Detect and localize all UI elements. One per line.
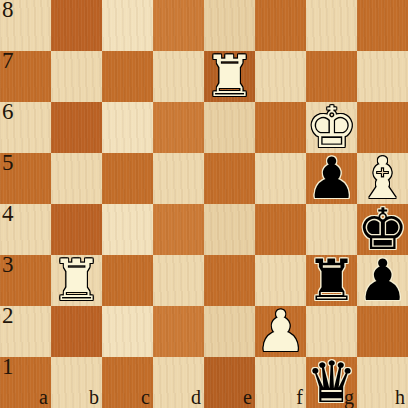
rank-label-3: 3: [2, 253, 14, 276]
rank-label-6: 6: [2, 100, 14, 123]
square-f6[interactable]: [255, 102, 306, 153]
square-b8[interactable]: [51, 0, 102, 51]
chess-board: 87♜6♚5♟♝4♚3♜♜♟2♟1abcdefg♛h: [0, 0, 408, 408]
rank-label-8: 8: [2, 0, 14, 21]
square-a6[interactable]: 6: [0, 102, 51, 153]
square-f5[interactable]: [255, 153, 306, 204]
square-b1[interactable]: b: [51, 357, 102, 408]
piece-white-rook[interactable]: ♜: [204, 48, 255, 105]
square-d1[interactable]: d: [153, 357, 204, 408]
square-d8[interactable]: [153, 0, 204, 51]
square-b5[interactable]: [51, 153, 102, 204]
square-c8[interactable]: [102, 0, 153, 51]
square-g3[interactable]: ♜: [306, 255, 357, 306]
square-a3[interactable]: 3: [0, 255, 51, 306]
square-h3[interactable]: ♟: [357, 255, 408, 306]
square-a4[interactable]: 4: [0, 204, 51, 255]
square-f1[interactable]: f: [255, 357, 306, 408]
square-e5[interactable]: [204, 153, 255, 204]
piece-black-pawn[interactable]: ♟: [357, 252, 408, 309]
square-g1[interactable]: g♛: [306, 357, 357, 408]
rank-label-7: 7: [2, 49, 14, 72]
piece-black-rook[interactable]: ♜: [306, 252, 357, 309]
square-e4[interactable]: [204, 204, 255, 255]
square-a5[interactable]: 5: [0, 153, 51, 204]
square-f2[interactable]: ♟: [255, 306, 306, 357]
square-b3[interactable]: ♜: [51, 255, 102, 306]
square-a1[interactable]: 1a: [0, 357, 51, 408]
square-g5[interactable]: ♟: [306, 153, 357, 204]
file-label-b: b: [89, 387, 99, 407]
square-c3[interactable]: [102, 255, 153, 306]
square-a8[interactable]: 8: [0, 0, 51, 51]
square-h8[interactable]: [357, 0, 408, 51]
square-h7[interactable]: [357, 51, 408, 102]
square-a7[interactable]: 7: [0, 51, 51, 102]
file-label-d: d: [191, 387, 201, 407]
square-c6[interactable]: [102, 102, 153, 153]
square-c4[interactable]: [102, 204, 153, 255]
square-d7[interactable]: [153, 51, 204, 102]
square-d4[interactable]: [153, 204, 204, 255]
square-e1[interactable]: e: [204, 357, 255, 408]
square-e3[interactable]: [204, 255, 255, 306]
square-c7[interactable]: [102, 51, 153, 102]
piece-black-queen[interactable]: ♛: [306, 354, 357, 408]
rank-label-2: 2: [2, 304, 14, 327]
square-h2[interactable]: [357, 306, 408, 357]
rank-label-1: 1: [2, 355, 14, 378]
square-e6[interactable]: [204, 102, 255, 153]
square-c5[interactable]: [102, 153, 153, 204]
square-f8[interactable]: [255, 0, 306, 51]
square-d5[interactable]: [153, 153, 204, 204]
rank-label-4: 4: [2, 202, 14, 225]
piece-white-pawn[interactable]: ♟: [255, 303, 306, 360]
file-label-a: a: [39, 387, 48, 407]
square-b2[interactable]: [51, 306, 102, 357]
square-h1[interactable]: h: [357, 357, 408, 408]
square-c1[interactable]: c: [102, 357, 153, 408]
piece-white-rook[interactable]: ♜: [51, 252, 102, 309]
square-f4[interactable]: [255, 204, 306, 255]
square-d6[interactable]: [153, 102, 204, 153]
piece-black-pawn[interactable]: ♟: [306, 150, 357, 207]
square-b7[interactable]: [51, 51, 102, 102]
rank-label-5: 5: [2, 151, 14, 174]
square-c2[interactable]: [102, 306, 153, 357]
square-e2[interactable]: [204, 306, 255, 357]
square-b6[interactable]: [51, 102, 102, 153]
square-d2[interactable]: [153, 306, 204, 357]
square-g8[interactable]: [306, 0, 357, 51]
square-d3[interactable]: [153, 255, 204, 306]
square-e7[interactable]: ♜: [204, 51, 255, 102]
file-label-c: c: [141, 387, 150, 407]
square-a2[interactable]: 2: [0, 306, 51, 357]
square-f7[interactable]: [255, 51, 306, 102]
file-label-h: h: [395, 387, 405, 407]
file-label-f: f: [296, 387, 303, 407]
file-label-e: e: [243, 387, 252, 407]
